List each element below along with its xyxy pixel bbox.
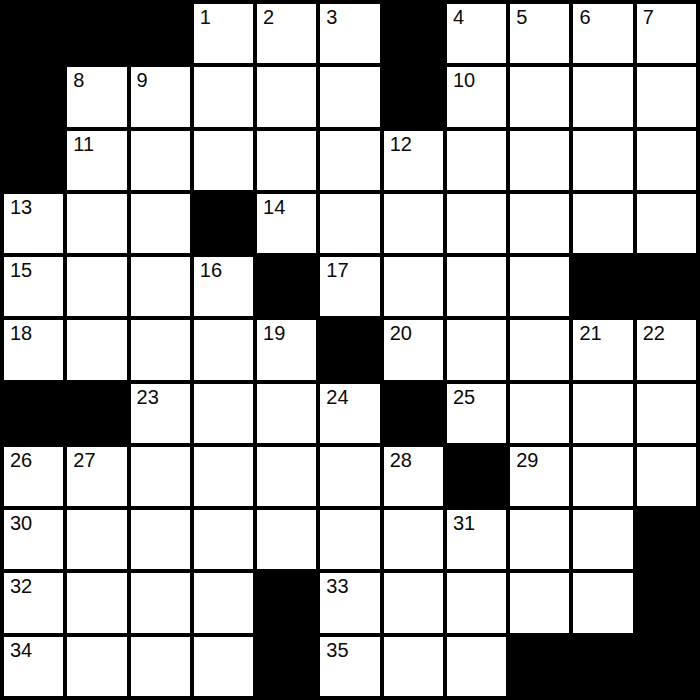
cell-r9c3[interactable] — [194, 573, 253, 632]
cell-r7c3[interactable] — [194, 447, 253, 506]
cell-r2c2[interactable] — [131, 131, 190, 190]
black-square — [257, 573, 316, 632]
black-square — [637, 573, 696, 632]
clue-number: 6 — [579, 5, 590, 29]
clue-number: 16 — [200, 258, 222, 282]
cell-r7c6[interactable]: 28 — [384, 447, 443, 506]
cell-r10c2[interactable] — [131, 637, 190, 696]
cell-r3c2[interactable] — [131, 194, 190, 253]
cell-r9c6[interactable] — [384, 573, 443, 632]
cell-r6c5[interactable]: 24 — [320, 384, 379, 443]
black-square — [4, 131, 63, 190]
cell-r8c4[interactable] — [257, 510, 316, 569]
cell-r8c2[interactable] — [131, 510, 190, 569]
cell-r0c3[interactable]: 1 — [194, 4, 253, 63]
cell-r4c6[interactable] — [384, 257, 443, 316]
clue-number: 13 — [10, 195, 32, 219]
cell-r6c10[interactable] — [637, 384, 696, 443]
cell-r3c6[interactable] — [384, 194, 443, 253]
cell-r6c9[interactable] — [573, 384, 632, 443]
cell-r0c9[interactable]: 6 — [573, 4, 632, 63]
clue-number: 19 — [263, 321, 285, 345]
clue-number: 28 — [390, 448, 412, 472]
clue-number: 35 — [326, 638, 348, 662]
cell-r9c9[interactable] — [573, 573, 632, 632]
clue-number: 34 — [10, 638, 32, 662]
black-square — [67, 4, 126, 63]
cell-r10c3[interactable] — [194, 637, 253, 696]
cell-r5c1[interactable] — [67, 320, 126, 379]
cell-r5c9[interactable]: 21 — [573, 320, 632, 379]
clue-number: 12 — [390, 132, 412, 156]
cell-r8c0[interactable]: 30 — [4, 510, 63, 569]
cell-r1c2[interactable]: 9 — [131, 67, 190, 126]
cell-r2c7[interactable] — [447, 131, 506, 190]
clue-number: 9 — [137, 68, 148, 92]
black-square — [637, 637, 696, 696]
clue-number: 7 — [643, 5, 654, 29]
cell-r3c10[interactable] — [637, 194, 696, 253]
clue-number: 31 — [453, 511, 475, 535]
black-square — [447, 447, 506, 506]
cell-r1c8[interactable] — [510, 67, 569, 126]
cell-r8c6[interactable] — [384, 510, 443, 569]
black-square — [637, 510, 696, 569]
clue-number: 10 — [453, 68, 475, 92]
cell-r1c10[interactable] — [637, 67, 696, 126]
clue-number: 32 — [10, 574, 32, 598]
cell-r3c0[interactable]: 13 — [4, 194, 63, 253]
clue-number: 20 — [390, 321, 412, 345]
cell-r2c6[interactable]: 12 — [384, 131, 443, 190]
clue-number: 24 — [326, 385, 348, 409]
clue-number: 14 — [263, 195, 285, 219]
cell-r1c5[interactable] — [320, 67, 379, 126]
cell-r3c8[interactable] — [510, 194, 569, 253]
clue-number: 30 — [10, 511, 32, 535]
cell-r4c3[interactable]: 16 — [194, 257, 253, 316]
cell-r7c5[interactable] — [320, 447, 379, 506]
black-square — [637, 257, 696, 316]
cell-r4c2[interactable] — [131, 257, 190, 316]
black-square — [320, 320, 379, 379]
cell-r5c2[interactable] — [131, 320, 190, 379]
cell-r7c9[interactable] — [573, 447, 632, 506]
cell-r4c8[interactable] — [510, 257, 569, 316]
cell-r5c10[interactable]: 22 — [637, 320, 696, 379]
cell-r0c5[interactable]: 3 — [320, 4, 379, 63]
cell-r6c8[interactable] — [510, 384, 569, 443]
cell-r10c5[interactable]: 35 — [320, 637, 379, 696]
clue-number: 26 — [10, 448, 32, 472]
cell-r0c4[interactable]: 2 — [257, 4, 316, 63]
cell-r3c1[interactable] — [67, 194, 126, 253]
cell-r7c0[interactable]: 26 — [4, 447, 63, 506]
cell-r8c1[interactable] — [67, 510, 126, 569]
cell-r5c0[interactable]: 18 — [4, 320, 63, 379]
black-square — [573, 257, 632, 316]
cell-r2c1[interactable]: 11 — [67, 131, 126, 190]
black-square — [384, 384, 443, 443]
cell-r8c8[interactable] — [510, 510, 569, 569]
black-square — [67, 384, 126, 443]
cell-r6c3[interactable] — [194, 384, 253, 443]
clue-number: 8 — [73, 68, 84, 92]
cell-r2c8[interactable] — [510, 131, 569, 190]
clue-number: 2 — [263, 5, 274, 29]
cell-r8c5[interactable] — [320, 510, 379, 569]
crossword-grid: 1234567891011121314151617181920212223242… — [0, 0, 700, 700]
cell-r7c10[interactable] — [637, 447, 696, 506]
clue-number: 21 — [579, 321, 601, 345]
cell-r9c8[interactable] — [510, 573, 569, 632]
cell-r5c7[interactable] — [447, 320, 506, 379]
cell-r1c9[interactable] — [573, 67, 632, 126]
cell-r10c0[interactable]: 34 — [4, 637, 63, 696]
clue-number: 5 — [516, 5, 527, 29]
black-square — [194, 194, 253, 253]
cell-r3c9[interactable] — [573, 194, 632, 253]
cell-r5c6[interactable]: 20 — [384, 320, 443, 379]
black-square — [4, 67, 63, 126]
clue-number: 17 — [326, 258, 348, 282]
clue-number: 33 — [326, 574, 348, 598]
black-square — [4, 384, 63, 443]
clue-number: 11 — [73, 132, 94, 156]
cell-r3c7[interactable] — [447, 194, 506, 253]
cell-r1c1[interactable]: 8 — [67, 67, 126, 126]
cell-r4c7[interactable] — [447, 257, 506, 316]
black-square — [510, 637, 569, 696]
clue-number: 27 — [73, 448, 95, 472]
cell-r7c4[interactable] — [257, 447, 316, 506]
cell-r9c1[interactable] — [67, 573, 126, 632]
cell-r6c7[interactable]: 25 — [447, 384, 506, 443]
cell-r3c4[interactable]: 14 — [257, 194, 316, 253]
clue-number: 1 — [200, 5, 211, 29]
cell-r9c2[interactable] — [131, 573, 190, 632]
cell-r2c10[interactable] — [637, 131, 696, 190]
clue-number: 4 — [453, 5, 464, 29]
cell-r2c4[interactable] — [257, 131, 316, 190]
clue-number: 18 — [10, 321, 32, 345]
clue-number: 22 — [643, 321, 665, 345]
cell-r2c3[interactable] — [194, 131, 253, 190]
cell-r4c0[interactable]: 15 — [4, 257, 63, 316]
black-square — [573, 637, 632, 696]
clue-number: 15 — [10, 258, 32, 282]
cell-r7c2[interactable] — [131, 447, 190, 506]
cell-r2c9[interactable] — [573, 131, 632, 190]
cell-r6c2[interactable]: 23 — [131, 384, 190, 443]
cell-r9c0[interactable]: 32 — [4, 573, 63, 632]
black-square — [257, 257, 316, 316]
cell-r5c4[interactable]: 19 — [257, 320, 316, 379]
clue-number: 23 — [137, 385, 159, 409]
cell-r1c3[interactable] — [194, 67, 253, 126]
cell-r10c7[interactable] — [447, 637, 506, 696]
black-square — [4, 4, 63, 63]
black-square — [131, 4, 190, 63]
cell-r0c7[interactable]: 4 — [447, 4, 506, 63]
cell-r7c8[interactable]: 29 — [510, 447, 569, 506]
cell-r1c7[interactable]: 10 — [447, 67, 506, 126]
cell-r0c8[interactable]: 5 — [510, 4, 569, 63]
clue-number: 25 — [453, 385, 475, 409]
cell-r10c6[interactable] — [384, 637, 443, 696]
cell-r6c4[interactable] — [257, 384, 316, 443]
cell-r0c10[interactable]: 7 — [637, 4, 696, 63]
cell-r5c3[interactable] — [194, 320, 253, 379]
black-square — [384, 4, 443, 63]
cell-r9c7[interactable] — [447, 573, 506, 632]
cell-r5c8[interactable] — [510, 320, 569, 379]
cell-r1c4[interactable] — [257, 67, 316, 126]
cell-r4c5[interactable]: 17 — [320, 257, 379, 316]
cell-r8c7[interactable]: 31 — [447, 510, 506, 569]
cell-r2c5[interactable] — [320, 131, 379, 190]
cell-r8c3[interactable] — [194, 510, 253, 569]
cell-r8c9[interactable] — [573, 510, 632, 569]
cell-r10c1[interactable] — [67, 637, 126, 696]
cell-r7c1[interactable]: 27 — [67, 447, 126, 506]
cell-r9c5[interactable]: 33 — [320, 573, 379, 632]
clue-number: 29 — [516, 448, 538, 472]
black-square — [384, 67, 443, 126]
cell-r3c5[interactable] — [320, 194, 379, 253]
clue-number: 3 — [326, 5, 337, 29]
cell-r4c1[interactable] — [67, 257, 126, 316]
black-square — [257, 637, 316, 696]
